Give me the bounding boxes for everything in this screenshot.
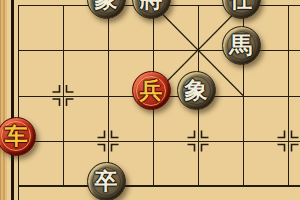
board-cell <box>288 50 300 96</box>
board-cell <box>153 141 198 187</box>
board-cell <box>243 141 288 187</box>
piece-black-soldier[interactable]: 卒 <box>87 162 126 200</box>
piece-character: 馬 <box>230 26 253 65</box>
left-edge-line <box>18 186 19 200</box>
piece-black-horse[interactable]: 馬 <box>222 26 261 65</box>
board-cell <box>288 96 300 142</box>
board-cell <box>198 141 243 187</box>
piece-red-chariot[interactable]: 车 <box>0 117 36 156</box>
xiangqi-board: 象將仕馬兵象车卒 <box>0 0 300 200</box>
board-cell <box>63 50 108 96</box>
board-frame-line <box>11 0 14 200</box>
board-cell <box>243 96 288 142</box>
piece-character: 兵 <box>140 71 163 110</box>
board-cell <box>288 141 300 187</box>
piece-character: 象 <box>185 71 208 110</box>
piece-character: 將 <box>140 0 163 19</box>
board-cell <box>18 50 63 96</box>
piece-character: 象 <box>95 0 118 19</box>
piece-character: 卒 <box>95 162 118 200</box>
board-frame-wood <box>0 0 7 200</box>
board-cell <box>288 5 300 51</box>
piece-red-soldier[interactable]: 兵 <box>132 71 171 110</box>
board-cell <box>18 5 63 51</box>
piece-character: 车 <box>5 117 28 156</box>
board-cell <box>63 96 108 142</box>
piece-black-elephant[interactable]: 象 <box>177 71 216 110</box>
piece-character: 仕 <box>230 0 253 19</box>
